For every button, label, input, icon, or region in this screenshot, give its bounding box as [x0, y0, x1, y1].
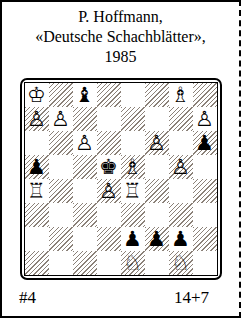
- black-king-d5: ♚: [99, 155, 118, 179]
- square-d1: [97, 251, 121, 275]
- square-b4: [49, 179, 73, 203]
- square-a5: ♟: [25, 155, 49, 179]
- square-a1: [25, 251, 49, 275]
- chess-board: ♔♝♗♙♙♙♙♙♟♟♚♗♙♖♙♖♟♟♟♘♘: [25, 83, 217, 275]
- square-h6: ♟: [193, 131, 217, 155]
- square-b6: [49, 131, 73, 155]
- white-rook-e4: ♖: [123, 179, 142, 203]
- square-c1: [73, 251, 97, 275]
- square-h5: [193, 155, 217, 179]
- square-g4: [169, 179, 193, 203]
- square-d5: ♚: [97, 155, 121, 179]
- caption-row: #4 14+7: [19, 288, 222, 308]
- square-a8: ♔: [25, 83, 49, 107]
- black-bishop-c8: ♝: [75, 83, 94, 107]
- square-c6: ♙: [73, 131, 97, 155]
- author-line: P. Hoffmann,: [2, 7, 239, 27]
- square-f3: [145, 203, 169, 227]
- problem-card: P. Hoffmann, «Deutsche Schachblätter», 1…: [0, 0, 241, 318]
- square-e4: ♖: [121, 179, 145, 203]
- square-f7: [145, 107, 169, 131]
- square-h8: [193, 83, 217, 107]
- square-g7: [169, 107, 193, 131]
- square-b5: [49, 155, 73, 179]
- square-c4: [73, 179, 97, 203]
- square-e6: [121, 131, 145, 155]
- square-a4: ♖: [25, 179, 49, 203]
- square-c7: [73, 107, 97, 131]
- square-g8: ♗: [169, 83, 193, 107]
- square-a6: [25, 131, 49, 155]
- square-d7: [97, 107, 121, 131]
- white-pawn-c6: ♙: [75, 131, 94, 155]
- square-c2: [73, 227, 97, 251]
- problem-header: P. Hoffmann, «Deutsche Schachblätter», 1…: [2, 7, 239, 67]
- white-pawn-b7: ♙: [51, 107, 70, 131]
- chess-board-inner-border: ♔♝♗♙♙♙♙♙♟♟♚♗♙♖♙♖♟♟♟♘♘: [24, 82, 218, 276]
- square-h4: [193, 179, 217, 203]
- square-b2: [49, 227, 73, 251]
- material-count-label: 14+7: [174, 288, 209, 308]
- black-pawn-a5: ♟: [27, 155, 46, 179]
- square-e2: ♟: [121, 227, 145, 251]
- square-f1: [145, 251, 169, 275]
- square-f6: ♙: [145, 131, 169, 155]
- white-knight-g1: ♘: [171, 251, 190, 275]
- white-king-a8: ♔: [27, 83, 46, 107]
- square-e3: [121, 203, 145, 227]
- square-e5: ♗: [121, 155, 145, 179]
- square-d3: [97, 203, 121, 227]
- black-pawn-f2: ♟: [147, 227, 166, 251]
- chess-board-frame: ♔♝♗♙♙♙♙♙♟♟♚♗♙♖♙♖♟♟♟♘♘: [20, 78, 222, 280]
- square-g6: [169, 131, 193, 155]
- square-c5: [73, 155, 97, 179]
- square-e7: [121, 107, 145, 131]
- square-f4: [145, 179, 169, 203]
- square-h2: [193, 227, 217, 251]
- square-f8: [145, 83, 169, 107]
- white-pawn-f6: ♙: [147, 131, 166, 155]
- white-knight-e1: ♘: [123, 251, 142, 275]
- square-d6: [97, 131, 121, 155]
- square-a2: [25, 227, 49, 251]
- square-c8: ♝: [73, 83, 97, 107]
- white-bishop-e5: ♗: [123, 155, 142, 179]
- square-g5: ♙: [169, 155, 193, 179]
- square-h1: [193, 251, 217, 275]
- square-g2: ♟: [169, 227, 193, 251]
- square-b3: [49, 203, 73, 227]
- square-c3: [73, 203, 97, 227]
- square-a7: ♙: [25, 107, 49, 131]
- square-d2: [97, 227, 121, 251]
- square-a3: [25, 203, 49, 227]
- white-bishop-g8: ♗: [171, 83, 190, 107]
- square-f2: ♟: [145, 227, 169, 251]
- square-g1: ♘: [169, 251, 193, 275]
- white-pawn-h7: ♙: [195, 107, 214, 131]
- source-line: «Deutsche Schachblätter»,: [2, 27, 239, 47]
- white-pawn-d4: ♙: [99, 179, 118, 203]
- square-b7: ♙: [49, 107, 73, 131]
- year-line: 1985: [2, 47, 239, 67]
- square-h7: ♙: [193, 107, 217, 131]
- square-e1: ♘: [121, 251, 145, 275]
- square-e8: [121, 83, 145, 107]
- black-pawn-e2: ♟: [123, 227, 142, 251]
- white-pawn-g5: ♙: [171, 155, 190, 179]
- stipulation-label: #4: [19, 288, 36, 308]
- white-rook-a4: ♖: [27, 179, 46, 203]
- square-b8: [49, 83, 73, 107]
- square-f5: [145, 155, 169, 179]
- square-d8: [97, 83, 121, 107]
- black-pawn-g2: ♟: [171, 227, 190, 251]
- square-h3: [193, 203, 217, 227]
- black-pawn-h6: ♟: [195, 131, 214, 155]
- square-g3: [169, 203, 193, 227]
- square-d4: ♙: [97, 179, 121, 203]
- square-b1: [49, 251, 73, 275]
- white-pawn-a7: ♙: [27, 107, 46, 131]
